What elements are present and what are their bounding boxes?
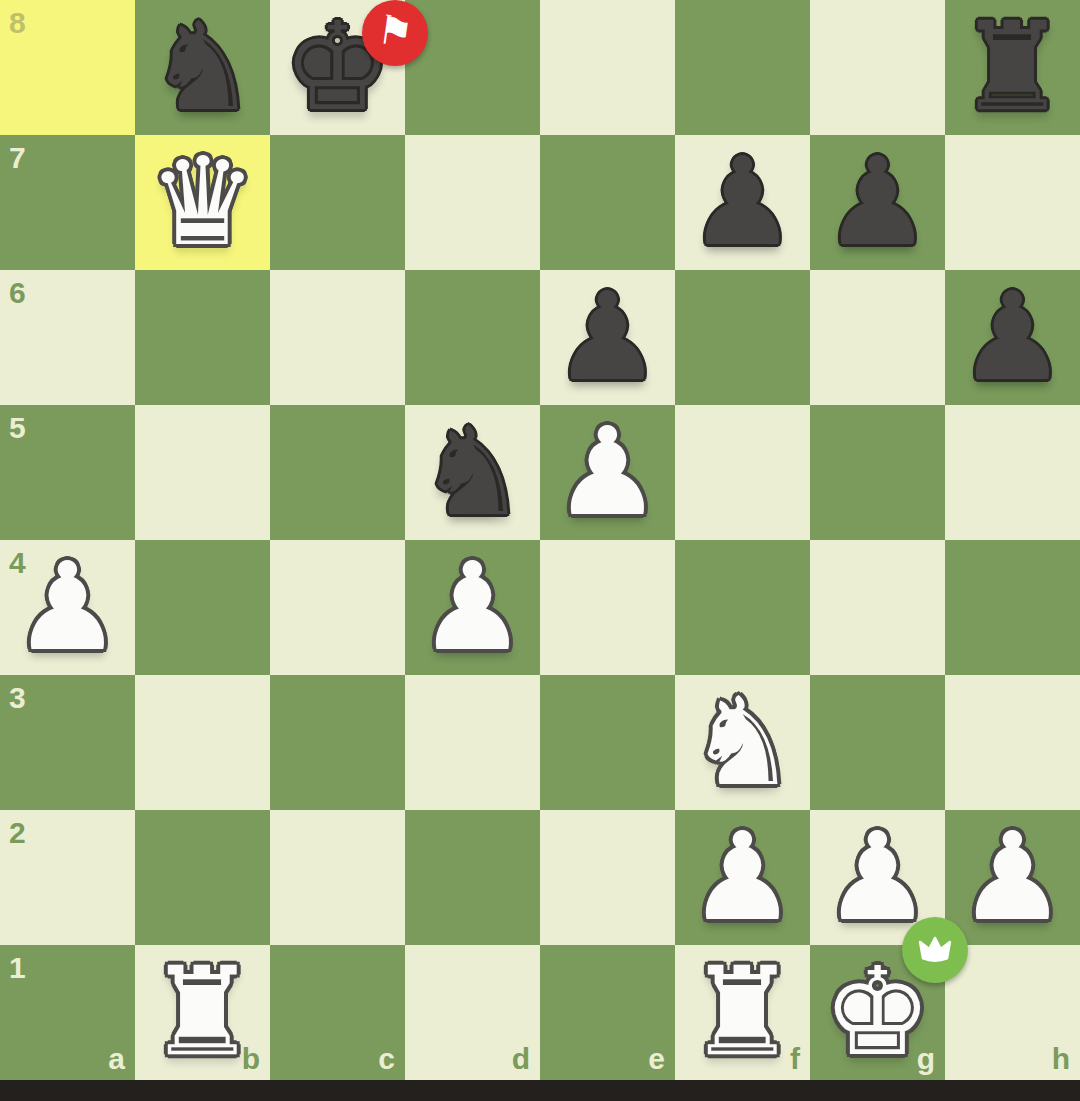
winner-crown-badge [902,917,968,983]
file-label-a: a [108,1044,125,1074]
square-d2[interactable] [405,810,540,945]
square-a2[interactable]: 2 [0,810,135,945]
file-label-c: c [378,1044,395,1074]
file-label-e: e [648,1044,665,1074]
square-e7[interactable] [540,135,675,270]
square-h1[interactable]: h [945,945,1080,1080]
square-g4[interactable] [810,540,945,675]
square-h2[interactable]: ♟ [945,810,1080,945]
rank-label-6: 6 [9,278,26,308]
square-e8[interactable] [540,0,675,135]
square-f5[interactable] [675,405,810,540]
black-knight-d5[interactable]: ♞ [405,405,540,540]
white-queen-b7[interactable]: ♛ [135,135,270,270]
square-d4[interactable]: ♟ [405,540,540,675]
rank-label-7: 7 [9,143,26,173]
black-pawn-f7[interactable]: ♟ [675,135,810,270]
rank-label-5: 5 [9,413,26,443]
square-b3[interactable] [135,675,270,810]
black-pawn-g7[interactable]: ♟ [810,135,945,270]
rank-label-1: 1 [9,953,26,983]
white-pawn-e5[interactable]: ♟ [540,405,675,540]
square-e5[interactable]: ♟ [540,405,675,540]
square-c6[interactable] [270,270,405,405]
square-b4[interactable] [135,540,270,675]
black-pawn-h6[interactable]: ♟ [945,270,1080,405]
square-g8[interactable] [810,0,945,135]
rank-label-8: 8 [9,8,26,38]
square-h3[interactable] [945,675,1080,810]
square-a6[interactable]: 6 [0,270,135,405]
square-b7[interactable]: ♛ [135,135,270,270]
square-a7[interactable]: 7 [0,135,135,270]
square-h4[interactable] [945,540,1080,675]
square-f2[interactable]: ♟ [675,810,810,945]
square-e4[interactable] [540,540,675,675]
square-f8[interactable] [675,0,810,135]
square-c1[interactable]: c [270,945,405,1080]
square-c4[interactable] [270,540,405,675]
square-a4[interactable]: 4♟ [0,540,135,675]
square-b1[interactable]: b♜ [135,945,270,1080]
square-a1[interactable]: 1a [0,945,135,1080]
square-c3[interactable] [270,675,405,810]
square-h5[interactable] [945,405,1080,540]
square-b6[interactable] [135,270,270,405]
rank-label-2: 2 [9,818,26,848]
square-e1[interactable]: e [540,945,675,1080]
white-rook-f1[interactable]: ♜ [675,945,810,1080]
square-b2[interactable] [135,810,270,945]
bottom-bar [0,1080,1080,1101]
square-d7[interactable] [405,135,540,270]
square-c7[interactable] [270,135,405,270]
white-pawn-h2[interactable]: ♟ [945,810,1080,945]
rank-label-3: 3 [9,683,26,713]
black-pawn-e6[interactable]: ♟ [540,270,675,405]
white-knight-f3[interactable]: ♞ [675,675,810,810]
square-f3[interactable]: ♞ [675,675,810,810]
square-d1[interactable]: d [405,945,540,1080]
square-a3[interactable]: 3 [0,675,135,810]
white-rook-b1[interactable]: ♜ [135,945,270,1080]
white-pawn-d4[interactable]: ♟ [405,540,540,675]
timeout-flag-badge: ⚑ [362,0,428,66]
white-flag-icon: ⚑ [375,9,416,54]
square-h8[interactable]: ♜ [945,0,1080,135]
file-label-d: d [512,1044,530,1074]
square-c2[interactable] [270,810,405,945]
square-f4[interactable] [675,540,810,675]
square-g7[interactable]: ♟ [810,135,945,270]
square-f6[interactable] [675,270,810,405]
white-pawn-f2[interactable]: ♟ [675,810,810,945]
square-c5[interactable] [270,405,405,540]
file-label-h: h [1052,1044,1070,1074]
square-a5[interactable]: 5 [0,405,135,540]
square-g3[interactable] [810,675,945,810]
white-crown-icon [916,934,954,966]
square-d3[interactable] [405,675,540,810]
square-a8[interactable]: 8 [0,0,135,135]
square-e6[interactable]: ♟ [540,270,675,405]
square-e2[interactable] [540,810,675,945]
square-h6[interactable]: ♟ [945,270,1080,405]
chess-board[interactable]: 8♞♚♜7♛♟♟6♟♟5♞♟4♟♟3♞2♟♟♟1ab♜cdef♜g♚h [0,0,1080,1080]
square-f1[interactable]: f♜ [675,945,810,1080]
black-rook-h8[interactable]: ♜ [945,0,1080,135]
square-g5[interactable] [810,405,945,540]
chess-app-viewport: 8♞♚♜7♛♟♟6♟♟5♞♟4♟♟3♞2♟♟♟1ab♜cdef♜g♚h ⚑ [0,0,1080,1101]
square-b8[interactable]: ♞ [135,0,270,135]
square-e3[interactable] [540,675,675,810]
black-knight-b8[interactable]: ♞ [135,0,270,135]
square-h7[interactable] [945,135,1080,270]
square-b5[interactable] [135,405,270,540]
square-d5[interactable]: ♞ [405,405,540,540]
square-g6[interactable] [810,270,945,405]
square-d6[interactable] [405,270,540,405]
square-f7[interactable]: ♟ [675,135,810,270]
white-pawn-a4[interactable]: ♟ [0,540,135,675]
